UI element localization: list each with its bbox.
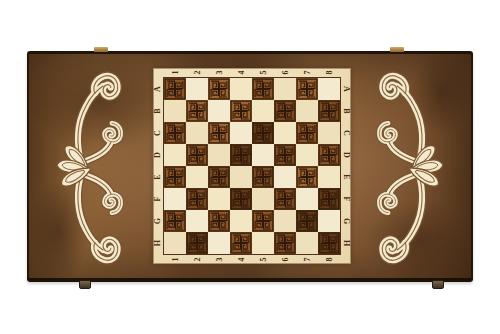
square-G6[interactable] xyxy=(274,210,296,232)
square-E4[interactable] xyxy=(230,166,252,188)
meander-motif xyxy=(274,188,296,210)
meander-motif xyxy=(252,122,274,144)
square-B5[interactable] xyxy=(252,100,274,122)
square-G8[interactable] xyxy=(318,210,340,232)
square-C5[interactable] xyxy=(252,122,274,144)
square-A2[interactable] xyxy=(186,78,208,100)
square-F1[interactable] xyxy=(164,188,186,210)
square-H8[interactable] xyxy=(318,232,340,254)
square-G5[interactable] xyxy=(252,210,274,232)
meander-motif xyxy=(252,166,274,188)
meander-motif xyxy=(208,78,230,100)
square-C7[interactable] xyxy=(296,122,318,144)
meander-motif xyxy=(208,122,230,144)
meander-motif xyxy=(318,144,340,166)
square-G4[interactable] xyxy=(230,210,252,232)
meander-motif xyxy=(230,188,252,210)
square-F3[interactable] xyxy=(208,188,230,210)
square-G3[interactable] xyxy=(208,210,230,232)
meander-motif xyxy=(208,210,230,232)
square-E6[interactable] xyxy=(274,166,296,188)
scroll-ornament-right xyxy=(363,64,445,272)
hinge-right xyxy=(390,47,404,53)
square-A6[interactable] xyxy=(274,78,296,100)
meander-motif xyxy=(296,78,318,100)
square-H5[interactable] xyxy=(252,232,274,254)
square-H4[interactable] xyxy=(230,232,252,254)
square-B2[interactable] xyxy=(186,100,208,122)
meander-motif xyxy=(186,144,208,166)
meander-motif xyxy=(208,166,230,188)
square-A4[interactable] xyxy=(230,78,252,100)
square-A1[interactable] xyxy=(164,78,186,100)
square-C3[interactable] xyxy=(208,122,230,144)
square-D2[interactable] xyxy=(186,144,208,166)
square-G7[interactable] xyxy=(296,210,318,232)
scroll-ornament-left xyxy=(55,64,137,272)
square-E2[interactable] xyxy=(186,166,208,188)
square-A3[interactable] xyxy=(208,78,230,100)
square-H1[interactable] xyxy=(164,232,186,254)
square-E8[interactable] xyxy=(318,166,340,188)
square-F2[interactable] xyxy=(186,188,208,210)
square-C6[interactable] xyxy=(274,122,296,144)
square-E3[interactable] xyxy=(208,166,230,188)
square-C4[interactable] xyxy=(230,122,252,144)
square-A5[interactable] xyxy=(252,78,274,100)
meander-motif xyxy=(186,232,208,254)
meander-motif xyxy=(164,210,186,232)
square-D1[interactable] xyxy=(164,144,186,166)
square-E1[interactable] xyxy=(164,166,186,188)
square-C2[interactable] xyxy=(186,122,208,144)
meander-motif xyxy=(274,100,296,122)
square-C8[interactable] xyxy=(318,122,340,144)
meander-motif xyxy=(186,100,208,122)
meander-motif xyxy=(164,122,186,144)
square-B3[interactable] xyxy=(208,100,230,122)
hinge-left xyxy=(94,47,108,53)
square-D8[interactable] xyxy=(318,144,340,166)
square-B1[interactable] xyxy=(164,100,186,122)
square-A7[interactable] xyxy=(296,78,318,100)
square-B8[interactable] xyxy=(318,100,340,122)
meander-motif xyxy=(252,210,274,232)
chess-box-lid: 1122334455667788AABBCCDDEEFFGGHH xyxy=(27,51,473,282)
meander-motif xyxy=(318,100,340,122)
square-F5[interactable] xyxy=(252,188,274,210)
square-D7[interactable] xyxy=(296,144,318,166)
meander-motif xyxy=(230,232,252,254)
square-H2[interactable] xyxy=(186,232,208,254)
board-grid xyxy=(163,77,341,255)
square-D4[interactable] xyxy=(230,144,252,166)
meander-motif xyxy=(296,210,318,232)
square-A8[interactable] xyxy=(318,78,340,100)
square-F7[interactable] xyxy=(296,188,318,210)
square-D3[interactable] xyxy=(208,144,230,166)
square-B4[interactable] xyxy=(230,100,252,122)
square-E5[interactable] xyxy=(252,166,274,188)
square-H6[interactable] xyxy=(274,232,296,254)
square-H3[interactable] xyxy=(208,232,230,254)
square-D5[interactable] xyxy=(252,144,274,166)
square-B6[interactable] xyxy=(274,100,296,122)
clasp-right xyxy=(432,280,444,289)
meander-motif xyxy=(318,188,340,210)
meander-motif xyxy=(274,232,296,254)
meander-motif xyxy=(296,166,318,188)
square-F8[interactable] xyxy=(318,188,340,210)
meander-motif xyxy=(186,188,208,210)
square-F4[interactable] xyxy=(230,188,252,210)
square-D6[interactable] xyxy=(274,144,296,166)
square-E7[interactable] xyxy=(296,166,318,188)
meander-motif xyxy=(296,122,318,144)
meander-motif xyxy=(164,78,186,100)
clasp-left xyxy=(79,280,91,289)
square-B7[interactable] xyxy=(296,100,318,122)
meander-motif xyxy=(164,166,186,188)
square-G1[interactable] xyxy=(164,210,186,232)
square-C1[interactable] xyxy=(164,122,186,144)
meander-motif xyxy=(318,232,340,254)
meander-motif xyxy=(230,144,252,166)
meander-motif xyxy=(252,78,274,100)
meander-motif xyxy=(230,100,252,122)
square-F6[interactable] xyxy=(274,188,296,210)
square-G2[interactable] xyxy=(186,210,208,232)
meander-motif xyxy=(274,144,296,166)
chessboard-panel: 1122334455667788AABBCCDDEEFFGGHH xyxy=(153,68,351,264)
square-H7[interactable] xyxy=(296,232,318,254)
